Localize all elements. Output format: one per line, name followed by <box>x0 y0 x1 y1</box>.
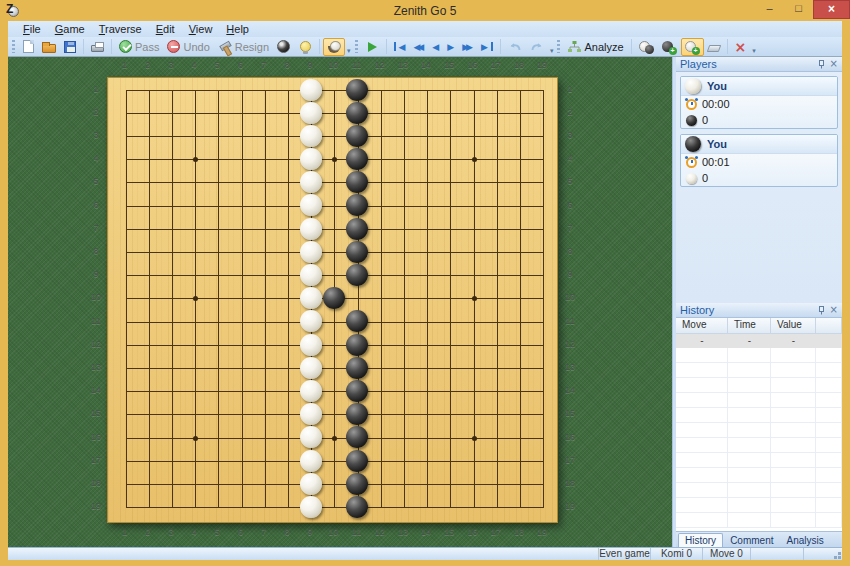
stone-white[interactable] <box>300 426 322 448</box>
back-icon: ◀ <box>432 42 439 52</box>
board-coordinate: 2 <box>138 60 158 70</box>
history-panel-header: History × <box>676 303 842 318</box>
history-empty-cell <box>728 483 771 498</box>
right-panel: Players × You00:000You00:010 History × M… <box>676 57 842 547</box>
board-coordinate: 9 <box>87 269 105 279</box>
stone-black[interactable] <box>346 79 368 101</box>
pin-icon[interactable] <box>817 306 826 315</box>
board-coordinate: 8 <box>277 60 297 70</box>
stone-white[interactable] <box>300 380 322 402</box>
board-coordinate: 14 <box>87 385 105 395</box>
add-white-stone-button[interactable]: + <box>681 38 704 56</box>
board-coordinate: 6 <box>231 527 251 537</box>
board-coordinate: 5 <box>87 176 105 186</box>
player-name: You <box>707 80 727 92</box>
toolbar-overflow-icon[interactable]: ▾ <box>752 46 756 56</box>
stone-black[interactable] <box>346 450 368 472</box>
toolbar-separator <box>386 39 387 54</box>
board-coordinate: 18 <box>509 527 529 537</box>
board-coordinate: 11 <box>347 527 367 537</box>
history-empty-cell <box>771 513 816 528</box>
stone-white[interactable] <box>300 403 322 425</box>
toolbar-overflow-icon[interactable]: ▾ <box>347 46 351 56</box>
pass-label: Pass <box>135 41 159 53</box>
stone-white[interactable] <box>300 218 322 240</box>
history-empty-cell <box>771 348 816 363</box>
history-empty-row <box>676 423 842 438</box>
stone-score-icon <box>277 40 290 53</box>
clock-icon <box>686 99 697 110</box>
history-empty-row <box>676 483 842 498</box>
eraser-button[interactable] <box>704 38 724 56</box>
redo-move-button[interactable] <box>526 38 548 56</box>
stone-black[interactable] <box>346 102 368 124</box>
board-coordinate: 13 <box>87 362 105 372</box>
board-coordinate: 8 <box>87 246 105 256</box>
back-button[interactable]: ◀ <box>428 38 443 56</box>
forward-button[interactable]: ▶ <box>443 38 458 56</box>
board-coordinate: 7 <box>254 527 274 537</box>
history-close-icon[interactable]: × <box>830 305 838 315</box>
tab-analysis[interactable]: Analysis <box>780 534 829 547</box>
board-coordinate: 19 <box>532 527 552 537</box>
stones-layer <box>114 78 555 519</box>
board-coordinate: 11 <box>561 316 579 326</box>
player-time: 00:01 <box>702 156 730 168</box>
setup-stones-button[interactable] <box>635 38 658 56</box>
stone-white[interactable] <box>300 79 322 101</box>
delete-button[interactable]: × <box>731 38 751 56</box>
stone-white[interactable] <box>300 241 322 263</box>
history-empty-row <box>676 438 842 453</box>
board-coordinate: 15 <box>561 408 579 418</box>
player-card-white: You00:000 <box>680 76 838 129</box>
board-coordinate: 11 <box>87 316 105 326</box>
history-empty-cell <box>771 393 816 408</box>
board-coordinate: 7 <box>561 223 579 233</box>
go-first-button[interactable]: ◀ <box>390 38 410 56</box>
undo-button[interactable]: Undo <box>163 38 213 56</box>
toolbar-grip[interactable] <box>12 40 15 53</box>
board-coordinate: 5 <box>207 60 227 70</box>
board-coordinate: 7 <box>87 223 105 233</box>
stone-white[interactable] <box>300 194 322 216</box>
undo-move-button[interactable] <box>504 38 526 56</box>
last-move-icon <box>491 42 493 51</box>
board-coordinate: 9 <box>300 60 320 70</box>
history-empty-cell <box>816 483 842 498</box>
open-button[interactable] <box>38 38 60 56</box>
board-coordinate: 19 <box>532 60 552 70</box>
board-coordinate: 16 <box>87 432 105 442</box>
analyze-label: Analyze <box>584 41 623 53</box>
history-empty-cell <box>676 393 728 408</box>
forward-icon: ▶ <box>447 42 454 52</box>
board-coordinate: 2 <box>87 107 105 117</box>
history-empty-cell <box>816 453 842 468</box>
status-segment <box>8 548 598 560</box>
board-coordinate: 3 <box>87 130 105 140</box>
panel-tabs: HistoryCommentAnalysis <box>676 531 842 547</box>
history-empty-cell <box>676 498 728 513</box>
resign-label: Resign <box>235 41 269 53</box>
save-floppy-icon <box>64 41 76 53</box>
board-coordinate: 7 <box>254 60 274 70</box>
stone-black[interactable] <box>346 194 368 216</box>
player-time-row: 00:01 <box>681 154 837 170</box>
stone-white[interactable] <box>300 125 322 147</box>
board-coordinate: 8 <box>277 527 297 537</box>
clock-icon <box>686 157 697 168</box>
history-cell <box>816 334 842 348</box>
history-empty-cell <box>676 423 728 438</box>
capture-count: 0 <box>702 114 708 126</box>
history-column-header <box>816 318 842 334</box>
board-coordinate: 19 <box>87 501 105 511</box>
history-empty-cell <box>816 393 842 408</box>
tab-comment[interactable]: Comment <box>724 534 779 547</box>
resign-button[interactable]: Resign <box>214 38 273 56</box>
history-empty-cell <box>816 498 842 513</box>
board-coordinate: 17 <box>486 60 506 70</box>
board-coordinate: 17 <box>87 455 105 465</box>
fast-back-icon: ◀◀ <box>413 42 424 52</box>
stone-white[interactable] <box>300 310 322 332</box>
board-coordinate: 15 <box>439 60 459 70</box>
add-black-stone-button[interactable]: + <box>658 38 681 56</box>
stone-black[interactable] <box>346 241 368 263</box>
history-empty-cell <box>676 453 728 468</box>
stone-black[interactable] <box>346 473 368 495</box>
stone-white[interactable] <box>300 496 322 518</box>
board-coordinate: 8 <box>561 246 579 256</box>
stone-white[interactable] <box>300 102 322 124</box>
board-coordinate: 3 <box>161 60 181 70</box>
stone-white[interactable] <box>300 287 322 309</box>
tab-history[interactable]: History <box>678 533 723 547</box>
statusbar: Even gameKomi 0Move 0 <box>8 547 842 560</box>
history-empty-cell <box>728 378 771 393</box>
board-coordinate: 4 <box>184 60 204 70</box>
board-coordinate: 10 <box>87 292 105 302</box>
board-coordinate: 9 <box>561 269 579 279</box>
history-empty-cell <box>816 423 842 438</box>
board-coordinate: 1 <box>561 84 579 94</box>
board-coordinate: 17 <box>486 527 506 537</box>
history-empty-cell <box>728 348 771 363</box>
history-empty-cell <box>676 483 728 498</box>
add-white-stone-icon: + <box>685 40 700 54</box>
toolbar-separator <box>319 39 320 54</box>
board-coordinate: 12 <box>370 60 390 70</box>
board-coordinate: 15 <box>87 408 105 418</box>
board-coordinate: 11 <box>347 60 367 70</box>
stone-white[interactable] <box>300 473 322 495</box>
black-stone-icon <box>685 136 701 152</box>
status-segment: Komi 0 <box>650 548 702 560</box>
pin-icon[interactable] <box>817 60 826 69</box>
board-area: 1111222233334444555566667777888899991010… <box>8 57 672 547</box>
history-empty-cell <box>816 438 842 453</box>
stone-black[interactable] <box>346 380 368 402</box>
app-window: Z Zenith Go 5 – □ × FileGameTraverseEdit… <box>0 0 850 566</box>
stone-bowl-icon <box>327 40 341 54</box>
board-coordinate: 14 <box>416 60 436 70</box>
history-empty-cell <box>728 513 771 528</box>
history-empty-cell <box>676 363 728 378</box>
history-empty-cell <box>728 438 771 453</box>
board-coordinate: 10 <box>323 60 343 70</box>
board-coordinate: 13 <box>393 527 413 537</box>
stone-white[interactable] <box>300 264 322 286</box>
status-segment <box>750 548 803 560</box>
history-column-header[interactable]: Time <box>728 318 771 334</box>
status-segment: Even game <box>598 548 650 560</box>
history-row[interactable]: --- <box>676 334 842 348</box>
open-folder-icon <box>42 44 56 53</box>
history-empty-cell <box>728 408 771 423</box>
history-column-header[interactable]: Value <box>771 318 816 334</box>
stone-black[interactable] <box>346 125 368 147</box>
history-empty-cell <box>728 453 771 468</box>
board-coordinate: 10 <box>323 527 343 537</box>
window-title: Zenith Go 5 <box>0 4 850 18</box>
stone-black[interactable] <box>346 218 368 240</box>
eraser-icon <box>706 45 721 52</box>
menu-file[interactable]: File <box>16 23 48 35</box>
player-card-header: You <box>681 135 837 154</box>
toolbar-separator <box>500 39 501 54</box>
history-cell: - <box>676 334 728 348</box>
first-move-icon <box>394 42 396 51</box>
board-coordinate: 18 <box>561 478 579 488</box>
board-coordinate: 17 <box>561 455 579 465</box>
history-cell: - <box>771 334 816 348</box>
history-empty-cell <box>816 378 842 393</box>
board-coordinate: 18 <box>509 60 529 70</box>
history-empty-cell <box>771 378 816 393</box>
toolbar-grip[interactable] <box>557 40 560 53</box>
toolbar-separator <box>83 39 84 54</box>
resign-hammer-icon <box>218 40 232 54</box>
curved-undo-icon <box>508 41 522 52</box>
print-icon <box>91 45 104 52</box>
stone-white[interactable] <box>300 334 322 356</box>
bowl-toggle-button[interactable] <box>323 38 345 56</box>
history-empty-row <box>676 393 842 408</box>
board-coordinate: 19 <box>561 501 579 511</box>
board-coordinate: 12 <box>370 527 390 537</box>
history-empty-cell <box>816 468 842 483</box>
board-coordinate: 6 <box>231 60 251 70</box>
status-segment <box>803 548 842 560</box>
history-empty-cell <box>676 468 728 483</box>
menu-edit[interactable]: Edit <box>149 23 182 35</box>
board-coordinate: 2 <box>561 107 579 117</box>
hint-button[interactable] <box>294 38 316 56</box>
stone-black[interactable] <box>346 496 368 518</box>
curved-redo-icon <box>530 41 544 52</box>
menu-view[interactable]: View <box>182 23 220 35</box>
toolbar-separator <box>727 39 728 54</box>
history-panel-title: History <box>680 304 714 316</box>
history-empty-cell <box>771 363 816 378</box>
board-coordinate: 16 <box>463 60 483 70</box>
history-empty-row <box>676 378 842 393</box>
white-capture-stone-icon <box>686 173 697 184</box>
toolbar-separator <box>631 39 632 54</box>
stone-black[interactable] <box>346 310 368 332</box>
history-empty-cell <box>771 483 816 498</box>
status-segment: Move 0 <box>702 548 750 560</box>
history-empty-cell <box>771 468 816 483</box>
new-button[interactable] <box>19 38 38 56</box>
history-empty-cell <box>676 348 728 363</box>
stone-white[interactable] <box>300 148 322 170</box>
board-coordinate: 14 <box>561 385 579 395</box>
players-panel: Players × You00:000You00:010 <box>676 57 842 303</box>
stone-white[interactable] <box>300 357 322 379</box>
menu-help[interactable]: Help <box>219 23 256 35</box>
fast-forward-button[interactable]: ▶▶ <box>458 38 477 56</box>
player-captures-row: 0 <box>681 112 837 128</box>
board-coordinate: 18 <box>87 478 105 488</box>
players-close-icon[interactable]: × <box>830 59 838 69</box>
history-header-row: MoveTimeValue <box>676 318 842 334</box>
history-empty-cell <box>816 363 842 378</box>
goban[interactable] <box>107 77 558 523</box>
players-panel-header: Players × <box>676 57 842 72</box>
player-time: 00:00 <box>702 98 730 110</box>
capture-count: 0 <box>702 172 708 184</box>
board-coordinate: 6 <box>87 200 105 210</box>
board-coordinate: 15 <box>439 527 459 537</box>
history-empty-cell <box>728 498 771 513</box>
new-file-icon <box>23 40 34 53</box>
stone-black[interactable] <box>346 148 368 170</box>
stone-white[interactable] <box>300 171 322 193</box>
black-capture-stone-icon <box>686 115 697 126</box>
stone-black[interactable] <box>323 287 345 309</box>
menu-game[interactable]: Game <box>48 23 92 35</box>
history-empty-row <box>676 453 842 468</box>
save-button[interactable] <box>60 38 80 56</box>
board-coordinate: 10 <box>561 292 579 302</box>
play-button[interactable] <box>362 38 383 56</box>
fast-back-button[interactable]: ◀◀ <box>409 38 428 56</box>
history-panel: History × MoveTimeValue--- HistoryCommen… <box>676 303 842 547</box>
lightbulb-icon <box>298 40 312 54</box>
history-empty-cell <box>771 438 816 453</box>
stone-pair-icon <box>639 40 654 54</box>
history-empty-cell <box>676 378 728 393</box>
history-empty-cell <box>771 423 816 438</box>
analyze-tree-icon <box>568 41 581 53</box>
history-empty-row <box>676 348 842 363</box>
history-empty-cell <box>728 423 771 438</box>
stone-black[interactable] <box>346 334 368 356</box>
go-last-button[interactable]: ▶ <box>477 38 497 56</box>
resize-grip[interactable] <box>838 556 841 559</box>
toolbar-separator <box>111 39 112 54</box>
stone-black[interactable] <box>346 171 368 193</box>
menubar: FileGameTraverseEditViewHelp <box>8 21 842 37</box>
history-empty-cell <box>676 438 728 453</box>
board-coordinate: 1 <box>87 84 105 94</box>
board-coordinate: 5 <box>207 527 227 537</box>
player-time-row: 00:00 <box>681 96 837 112</box>
delete-x-icon: × <box>735 40 747 54</box>
player-name: You <box>707 138 727 150</box>
history-column-header[interactable]: Move <box>676 318 728 334</box>
history-empty-row <box>676 408 842 423</box>
stone-black[interactable] <box>346 426 368 448</box>
analyze-button[interactable]: Analyze <box>564 38 627 56</box>
board-coordinate: 4 <box>87 153 105 163</box>
toolbar: Pass Undo Resign ▾ ◀ ◀◀ ◀ ▶ ▶▶ ▶ ▾ <box>8 37 842 57</box>
toolbar-grip[interactable] <box>355 40 358 53</box>
player-captures-row: 0 <box>681 170 837 186</box>
board-coordinate: 13 <box>393 60 413 70</box>
estimate-score-button[interactable] <box>273 38 294 56</box>
board-coordinate: 1 <box>115 527 135 537</box>
board-coordinate: 16 <box>561 432 579 442</box>
history-empty-cell <box>728 363 771 378</box>
board-coordinate: 4 <box>184 527 204 537</box>
stone-black[interactable] <box>346 403 368 425</box>
history-empty-cell <box>816 408 842 423</box>
board-coordinate: 3 <box>561 130 579 140</box>
history-empty-row <box>676 468 842 483</box>
toolbar-overflow-icon[interactable]: ▾ <box>550 46 554 56</box>
board-coordinate: 2 <box>138 527 158 537</box>
board-coordinate: 16 <box>463 527 483 537</box>
player-card-black: You00:010 <box>680 134 838 187</box>
stone-black[interactable] <box>346 357 368 379</box>
pass-button[interactable]: Pass <box>115 38 163 56</box>
titlebar: Z Zenith Go 5 – □ × <box>0 0 850 21</box>
history-table: MoveTimeValue--- <box>676 318 842 531</box>
board-coordinate: 14 <box>416 527 436 537</box>
board-coordinate: 13 <box>561 362 579 372</box>
stone-white[interactable] <box>300 450 322 472</box>
undo-minus-icon <box>167 40 180 53</box>
board-coordinate: 6 <box>561 200 579 210</box>
fast-forward-icon: ▶▶ <box>462 42 473 52</box>
play-icon <box>368 42 377 52</box>
history-cell: - <box>728 334 771 348</box>
board-coordinate: 3 <box>161 527 181 537</box>
history-empty-cell <box>728 393 771 408</box>
history-empty-cell <box>771 408 816 423</box>
history-empty-cell <box>676 513 728 528</box>
history-empty-cell <box>771 498 816 513</box>
board-coordinate: 4 <box>561 153 579 163</box>
undo-label: Undo <box>183 41 209 53</box>
history-empty-cell <box>728 468 771 483</box>
history-empty-row <box>676 498 842 513</box>
board-coordinate: 12 <box>87 339 105 349</box>
stone-black[interactable] <box>346 264 368 286</box>
menu-traverse[interactable]: Traverse <box>92 23 149 35</box>
player-card-header: You <box>681 77 837 96</box>
board-coordinate: 5 <box>561 176 579 186</box>
history-empty-row <box>676 363 842 378</box>
players-body: You00:000You00:010 <box>676 72 842 303</box>
board-coordinate: 1 <box>115 60 135 70</box>
history-empty-cell <box>676 408 728 423</box>
print-button[interactable] <box>87 38 108 56</box>
